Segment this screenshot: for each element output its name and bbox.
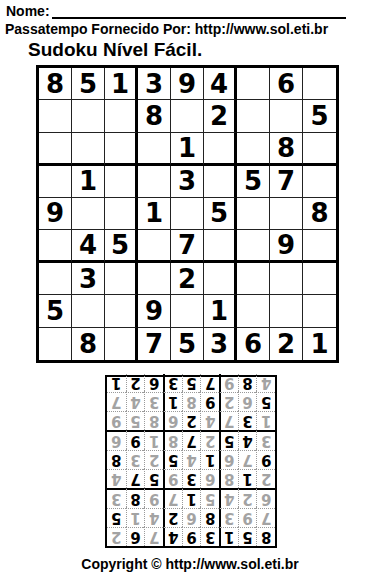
- solution-cell-r9c7: 6: [144, 374, 163, 392]
- cell-r4c1: [39, 166, 72, 198]
- cell-r9c4: 7: [138, 328, 171, 360]
- solution-cell-r8c3: 2: [219, 392, 238, 411]
- solution-cell-r2c9: 5: [107, 508, 126, 527]
- cell-r7c5: 2: [171, 263, 204, 295]
- solution-cell-r5c2: 7: [238, 450, 257, 469]
- solution-cell-r4c1: 2: [256, 469, 275, 488]
- solution-grid: 8513947627938624156245179832186395749761…: [105, 375, 277, 548]
- solution-cell-r3c8: 8: [126, 488, 145, 508]
- cell-r9c8: 2: [270, 328, 303, 360]
- cell-r6c6: [204, 230, 237, 263]
- cell-r9c9: 1: [303, 328, 336, 360]
- cell-r6c4: [138, 230, 171, 263]
- cell-r6c2: 4: [72, 230, 105, 263]
- cell-r3c1: [39, 133, 72, 166]
- solution-cell-r1c9: 2: [107, 527, 126, 546]
- solution-cell-r1c1: 8: [256, 527, 275, 546]
- cell-r2c5: [171, 100, 204, 132]
- page: Nome: Passatempo Fornecido Por: http://w…: [0, 0, 380, 585]
- solution-cell-r1c7: 7: [144, 527, 163, 546]
- solution-cell-r2c6: 2: [163, 508, 182, 527]
- solution-cell-r3c6: 7: [163, 488, 182, 508]
- cell-r1c8: 6: [270, 68, 303, 100]
- solution-cell-r2c7: 4: [144, 508, 163, 527]
- solution-cell-r5c9: 8: [107, 450, 126, 469]
- solution-cell-r4c3: 8: [219, 469, 238, 488]
- cell-r1c5: 9: [171, 68, 204, 100]
- cell-r4c5: 3: [171, 166, 204, 198]
- solution-cell-r9c8: 2: [126, 374, 145, 392]
- cell-r2c4: 8: [138, 100, 171, 132]
- cell-r6c9: [303, 230, 336, 263]
- cell-r6c1: [39, 230, 72, 263]
- solution-cell-r4c4: 6: [200, 469, 219, 488]
- solution-cell-r4c6: 9: [163, 469, 182, 488]
- cell-r6c8: 9: [270, 230, 303, 263]
- cell-r6c7: [237, 230, 270, 263]
- solution-cell-r2c3: 3: [219, 508, 238, 527]
- cell-r1c4: 3: [138, 68, 171, 100]
- solution-cell-r7c1: 1: [256, 411, 275, 430]
- solution-cell-r2c4: 8: [200, 508, 219, 527]
- solution-cell-r5c1: 9: [256, 450, 275, 469]
- cell-r4c9: [303, 166, 336, 198]
- cell-r9c3: [105, 328, 138, 360]
- solution-cell-r2c1: 7: [256, 508, 275, 527]
- cell-r2c3: [105, 100, 138, 132]
- name-underline: [52, 2, 346, 19]
- solution-cell-r6c1: 3: [256, 430, 275, 450]
- cell-r5c9: 8: [303, 198, 336, 230]
- cell-r1c1: 8: [39, 68, 72, 100]
- cell-r5c4: 1: [138, 198, 171, 230]
- solution-cell-r5c7: 2: [144, 450, 163, 469]
- solution-cell-r6c8: 9: [126, 430, 145, 450]
- cell-r8c5: [171, 295, 204, 327]
- cell-r6c3: 5: [105, 230, 138, 263]
- solution-cell-r6c6: 8: [163, 430, 182, 450]
- solution-cell-r7c5: 2: [182, 411, 201, 430]
- cell-r1c3: 1: [105, 68, 138, 100]
- cell-r5c5: [171, 198, 204, 230]
- solution-cell-r8c4: 9: [200, 392, 219, 411]
- solution-cell-r3c7: 9: [144, 488, 163, 508]
- cell-r3c9: [303, 133, 336, 166]
- cell-r1c2: 5: [72, 68, 105, 100]
- cell-r5c3: [105, 198, 138, 230]
- cell-r9c7: 6: [237, 328, 270, 360]
- cell-r7c1: [39, 263, 72, 295]
- cell-r3c6: [204, 133, 237, 166]
- cell-r3c5: 1: [171, 133, 204, 166]
- solution-cell-r7c6: 6: [163, 411, 182, 430]
- solution-cell-r1c4: 3: [200, 527, 219, 546]
- solution-cell-r6c5: 7: [182, 430, 201, 450]
- solution-cell-r5c6: 5: [163, 450, 182, 469]
- solution-cell-r3c2: 2: [238, 488, 257, 508]
- cell-r8c4: 9: [138, 295, 171, 327]
- solution-cell-r7c2: 3: [238, 411, 257, 430]
- cell-r8c7: [237, 295, 270, 327]
- solution-cell-r6c3: 5: [219, 430, 238, 450]
- cell-r7c4: [138, 263, 171, 295]
- cell-r8c3: [105, 295, 138, 327]
- cell-r1c7: [237, 68, 270, 100]
- cell-r9c5: 5: [171, 328, 204, 360]
- solution-cell-r7c4: 4: [200, 411, 219, 430]
- cell-r4c7: 5: [237, 166, 270, 198]
- cell-r4c3: [105, 166, 138, 198]
- cell-r2c2: [72, 100, 105, 132]
- solution-cell-r3c5: 1: [182, 488, 201, 508]
- cell-r5c1: 9: [39, 198, 72, 230]
- cell-r9c6: 3: [204, 328, 237, 360]
- cell-r1c6: 4: [204, 68, 237, 100]
- cell-r8c2: [72, 295, 105, 327]
- cell-r7c6: [204, 263, 237, 295]
- cell-r4c6: [204, 166, 237, 198]
- solution-cell-r4c9: 4: [107, 469, 126, 488]
- solution-cell-r7c8: 5: [126, 411, 145, 430]
- puzzle-grid: 851394682518135791584579325918753621: [36, 65, 339, 363]
- cell-r5c7: [237, 198, 270, 230]
- cell-r2c9: 5: [303, 100, 336, 132]
- solution-cell-r1c6: 4: [163, 527, 182, 546]
- cell-r8c9: [303, 295, 336, 327]
- cell-r6c5: 7: [171, 230, 204, 263]
- cell-r2c8: [270, 100, 303, 132]
- cell-r3c2: [72, 133, 105, 166]
- cell-r5c2: [72, 198, 105, 230]
- name-label: Nome:: [6, 3, 50, 19]
- solution-cell-r9c4: 7: [200, 374, 219, 392]
- solution-cell-r7c3: 7: [219, 411, 238, 430]
- solution-cell-r6c7: 1: [144, 430, 163, 450]
- solution-cell-r4c2: 1: [238, 469, 257, 488]
- solution-cell-r8c5: 8: [182, 392, 201, 411]
- cell-r3c3: [105, 133, 138, 166]
- cell-r2c6: 2: [204, 100, 237, 132]
- solution-cell-r9c6: 3: [163, 374, 182, 392]
- cell-r4c2: 1: [72, 166, 105, 198]
- cell-r4c4: [138, 166, 171, 198]
- solution-cell-r8c7: 3: [144, 392, 163, 411]
- cell-r2c7: [237, 100, 270, 132]
- solution-cell-r9c5: 5: [182, 374, 201, 392]
- solution-cell-r1c5: 9: [182, 527, 201, 546]
- solution-cell-r9c3: 9: [219, 374, 238, 392]
- cell-r8c1: 5: [39, 295, 72, 327]
- cell-r5c8: [270, 198, 303, 230]
- solution-cell-r5c8: 3: [126, 450, 145, 469]
- cell-r8c8: [270, 295, 303, 327]
- solution-cell-r2c2: 9: [238, 508, 257, 527]
- solution-cell-r9c2: 8: [238, 374, 257, 392]
- cell-r9c1: [39, 328, 72, 360]
- solution-cell-r2c5: 6: [182, 508, 201, 527]
- cell-r7c3: [105, 263, 138, 295]
- cell-r8c6: 1: [204, 295, 237, 327]
- cell-r3c8: 8: [270, 133, 303, 166]
- solution-cell-r4c8: 7: [126, 469, 145, 488]
- cell-r3c4: [138, 133, 171, 166]
- solution-cell-r4c5: 3: [182, 469, 201, 488]
- solution-cell-r3c3: 4: [219, 488, 238, 508]
- page-title: Sudoku Nível Fácil.: [28, 39, 202, 61]
- solution-cell-r8c9: 7: [107, 392, 126, 411]
- cell-r1c9: [303, 68, 336, 100]
- solution-cell-r6c9: 6: [107, 430, 126, 450]
- solution-cell-r5c4: 1: [200, 450, 219, 469]
- cell-r7c7: [237, 263, 270, 295]
- solution-cell-r1c2: 5: [238, 527, 257, 546]
- name-row: Nome:: [6, 2, 346, 19]
- solution-cell-r3c9: 3: [107, 488, 126, 508]
- cell-r2c1: [39, 100, 72, 132]
- solution-cell-r5c5: 4: [182, 450, 201, 469]
- cell-r5c6: 5: [204, 198, 237, 230]
- cell-r4c8: 7: [270, 166, 303, 198]
- solution-cell-r9c1: 4: [256, 374, 275, 392]
- solution-cell-r5c3: 6: [219, 450, 238, 469]
- solution-cell-r2c8: 1: [126, 508, 145, 527]
- copyright-text: Copyright © http://www.sol.eti.br: [0, 556, 380, 572]
- provider-text: Passatempo Fornecido Por: http://www.sol…: [5, 21, 328, 37]
- solution-cell-r8c8: 4: [126, 392, 145, 411]
- solution-cell-r4c7: 5: [144, 469, 163, 488]
- cell-r7c2: 3: [72, 263, 105, 295]
- solution-cell-r3c4: 5: [200, 488, 219, 508]
- solution-cell-r1c3: 1: [219, 527, 238, 546]
- cell-r9c2: 8: [72, 328, 105, 360]
- solution-cell-r8c1: 5: [256, 392, 275, 411]
- solution-cell-r1c8: 6: [126, 527, 145, 546]
- solution-cell-r3c1: 6: [256, 488, 275, 508]
- solution-cell-r6c2: 4: [238, 430, 257, 450]
- solution-cell-r6c4: 2: [200, 430, 219, 450]
- solution-cell-r8c6: 1: [163, 392, 182, 411]
- cell-r3c7: [237, 133, 270, 166]
- cell-r7c8: [270, 263, 303, 295]
- solution-cell-r7c9: 9: [107, 411, 126, 430]
- solution-cell-r9c9: 1: [107, 374, 126, 392]
- cell-r7c9: [303, 263, 336, 295]
- solution-cell-r8c2: 6: [238, 392, 257, 411]
- solution-cell-r7c7: 8: [144, 411, 163, 430]
